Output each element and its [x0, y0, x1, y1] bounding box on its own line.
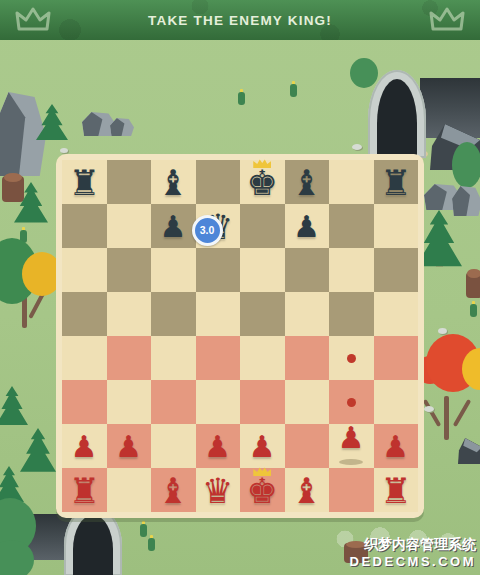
piece-black-rook[interactable]: ♜ — [62, 160, 107, 206]
square-a5[interactable] — [62, 292, 107, 336]
square-f2[interactable] — [285, 424, 330, 468]
rock-icon — [110, 118, 134, 136]
piece-red-pawn[interactable]: ♟ — [240, 424, 285, 470]
square-b2[interactable]: ♟ — [107, 424, 152, 468]
square-f3[interactable] — [285, 380, 330, 424]
page-title: TAKE THE ENEMY KING! — [148, 13, 332, 28]
square-h1[interactable]: ♜ — [374, 468, 419, 512]
bush-icon — [452, 142, 480, 188]
square-a8[interactable]: ♜ — [62, 160, 107, 204]
square-a6[interactable] — [62, 248, 107, 292]
piece-black-bishop[interactable]: ♝ — [285, 160, 330, 206]
piece-black-rook[interactable]: ♜ — [374, 160, 419, 206]
pebble-icon — [438, 328, 447, 334]
square-b4[interactable] — [107, 336, 152, 380]
square-e6[interactable] — [240, 248, 285, 292]
piece-red-pawn[interactable]: ♟ — [196, 424, 241, 470]
square-e4[interactable] — [240, 336, 285, 380]
crown-icon[interactable] — [429, 5, 465, 35]
square-c4[interactable] — [151, 336, 196, 380]
square-e8[interactable]: ♚ — [240, 160, 285, 204]
square-e7[interactable] — [240, 204, 285, 248]
square-h7[interactable] — [374, 204, 419, 248]
square-d4[interactable] — [196, 336, 241, 380]
header-bar: TAKE THE ENEMY KING! — [0, 0, 480, 40]
piece-red-bishop[interactable]: ♝ — [151, 468, 196, 514]
sprout-icon — [238, 92, 245, 105]
square-c2[interactable] — [151, 424, 196, 468]
square-g7[interactable] — [329, 204, 374, 248]
square-d2[interactable]: ♟ — [196, 424, 241, 468]
square-h5[interactable] — [374, 292, 419, 336]
square-d8[interactable] — [196, 160, 241, 204]
square-b5[interactable] — [107, 292, 152, 336]
square-e1[interactable]: ♚ — [240, 468, 285, 512]
square-f7[interactable]: ♟ — [285, 204, 330, 248]
pebble-icon — [60, 148, 68, 153]
square-b3[interactable] — [107, 380, 152, 424]
tunnel-arch-icon — [368, 70, 426, 158]
square-c8[interactable]: ♝ — [151, 160, 196, 204]
piece-red-queen[interactable]: ♛ — [196, 468, 241, 514]
square-b7[interactable] — [107, 204, 152, 248]
gold-crown-icon — [253, 467, 271, 476]
square-a7[interactable] — [62, 204, 107, 248]
square-e2[interactable]: ♟ — [240, 424, 285, 468]
square-a2[interactable]: ♟ — [62, 424, 107, 468]
square-c3[interactable] — [151, 380, 196, 424]
square-g1[interactable] — [329, 468, 374, 512]
square-a4[interactable] — [62, 336, 107, 380]
piece-red-pawn[interactable]: ♟ — [329, 415, 374, 461]
crown-icon[interactable] — [15, 5, 51, 35]
sprout-icon — [140, 524, 147, 537]
sprout-icon — [290, 84, 297, 97]
tree-branch — [453, 399, 471, 427]
piece-red-bishop[interactable]: ♝ — [285, 468, 330, 514]
watermark: 织梦内容管理系统 DEDECMS.COM — [350, 536, 476, 569]
square-c5[interactable] — [151, 292, 196, 336]
piece-red-pawn[interactable]: ♟ — [374, 424, 419, 470]
sprout-icon — [148, 538, 155, 551]
tree-trunk — [444, 396, 449, 440]
pebble-icon — [352, 144, 362, 150]
square-d3[interactable] — [196, 380, 241, 424]
move-dot[interactable] — [347, 398, 356, 407]
watermark-line1: 织梦内容管理系统 — [350, 536, 476, 554]
piece-red-king[interactable]: ♚ — [240, 468, 285, 514]
rock-icon — [0, 92, 46, 176]
game-scene: TAKE THE ENEMY KING! — [0, 0, 480, 575]
watermark-line2: DEDECMS.COM — [350, 554, 476, 569]
square-f1[interactable]: ♝ — [285, 468, 330, 512]
square-b8[interactable] — [107, 160, 152, 204]
square-h6[interactable] — [374, 248, 419, 292]
square-b1[interactable] — [107, 468, 152, 512]
piece-red-pawn[interactable]: ♟ — [107, 424, 152, 470]
rock-icon — [82, 112, 116, 136]
pine-tree-icon — [0, 386, 28, 436]
cooldown-badge: 3.0 — [192, 215, 223, 246]
square-g2[interactable]: ♟ — [329, 424, 374, 468]
square-e5[interactable] — [240, 292, 285, 336]
pine-tree-icon — [20, 428, 56, 484]
square-f8[interactable]: ♝ — [285, 160, 330, 204]
piece-red-pawn[interactable]: ♟ — [62, 424, 107, 470]
piece-black-king[interactable]: ♚ — [240, 160, 285, 206]
gold-crown-icon — [253, 159, 271, 168]
sprout-icon — [470, 304, 477, 317]
square-g4[interactable] — [329, 336, 374, 380]
square-c1[interactable]: ♝ — [151, 468, 196, 512]
square-c7[interactable]: ♟ — [151, 204, 196, 248]
square-d6[interactable] — [196, 248, 241, 292]
square-h4[interactable] — [374, 336, 419, 380]
square-h8[interactable]: ♜ — [374, 160, 419, 204]
piece-black-pawn[interactable]: ♟ — [285, 204, 330, 250]
stump-icon — [466, 272, 480, 298]
chess-board-frame: ♜♝♚♝♜♟♛3.0♟♟♟♟♟♟♟♜♝♛♚♝♜ — [56, 154, 424, 518]
piece-red-rook[interactable]: ♜ — [62, 468, 107, 514]
square-c6[interactable] — [151, 248, 196, 292]
chess-board: ♜♝♚♝♜♟♛3.0♟♟♟♟♟♟♟♜♝♛♚♝♜ — [62, 160, 418, 512]
piece-red-rook[interactable]: ♜ — [374, 468, 419, 514]
tree-branch — [423, 399, 441, 427]
bush-icon — [350, 58, 378, 88]
square-h3[interactable] — [374, 380, 419, 424]
square-a1[interactable]: ♜ — [62, 468, 107, 512]
pebble-icon — [424, 406, 434, 412]
stump-icon — [2, 176, 24, 202]
square-g6[interactable] — [329, 248, 374, 292]
square-g8[interactable] — [329, 160, 374, 204]
square-d7[interactable]: ♛3.0 — [196, 204, 241, 248]
square-f4[interactable] — [285, 336, 330, 380]
square-g5[interactable] — [329, 292, 374, 336]
square-a3[interactable] — [62, 380, 107, 424]
square-h2[interactable]: ♟ — [374, 424, 419, 468]
move-dot[interactable] — [347, 354, 356, 363]
piece-black-pawn[interactable]: ♟ — [151, 204, 196, 250]
square-e3[interactable] — [240, 380, 285, 424]
piece-black-bishop[interactable]: ♝ — [151, 160, 196, 206]
square-d1[interactable]: ♛ — [196, 468, 241, 512]
square-f6[interactable] — [285, 248, 330, 292]
square-f5[interactable] — [285, 292, 330, 336]
square-d5[interactable] — [196, 292, 241, 336]
dark-rock-icon — [458, 438, 480, 464]
square-b6[interactable] — [107, 248, 152, 292]
